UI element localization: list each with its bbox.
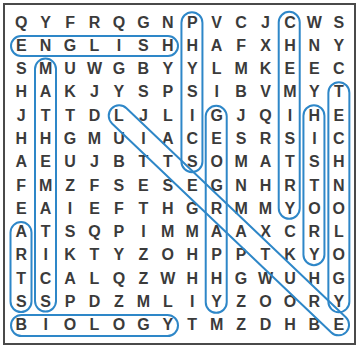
grid-cell-r7c4[interactable]: J <box>82 151 106 174</box>
grid-cell-r11c9[interactable]: P <box>204 244 228 267</box>
grid-cell-r14c10[interactable]: Z <box>229 314 253 337</box>
grid-cell-r4c1[interactable]: H <box>9 81 33 104</box>
grid-cell-r11c11[interactable]: T <box>253 244 277 267</box>
grid-cell-r11c5[interactable]: Y <box>107 244 131 267</box>
grid-cell-r14c11[interactable]: D <box>253 314 277 337</box>
grid-cell-r12c10[interactable]: G <box>229 267 253 290</box>
grid-cell-r6c1[interactable]: H <box>9 127 33 150</box>
grid-cell-r11c13[interactable]: Y <box>302 244 326 267</box>
grid-cell-r5c6[interactable]: J <box>131 104 155 127</box>
grid-cell-r12c1[interactable]: T <box>9 267 33 290</box>
grid-cell-r13c5[interactable]: Z <box>107 290 131 313</box>
grid-cell-r6c13[interactable]: I <box>302 127 326 150</box>
grid-cell-r4c10[interactable]: B <box>229 81 253 104</box>
grid-cell-r1c9[interactable]: V <box>204 11 228 34</box>
grid-cell-r10c13[interactable]: R <box>302 221 326 244</box>
grid-cell-r3c5[interactable]: G <box>107 58 131 81</box>
grid-cell-r4c3[interactable]: K <box>58 81 82 104</box>
grid-cell-r12c2[interactable]: C <box>33 267 57 290</box>
grid-area: QYFRQGNPVCJCWSENGLISHHAFXHNYSMUWGBYYLMKE… <box>9 11 351 337</box>
grid-cell-r12c4[interactable]: L <box>82 267 106 290</box>
grid-cell-r14c9[interactable]: M <box>204 314 228 337</box>
grid-cell-r9c4[interactable]: E <box>82 197 106 220</box>
grid-cell-r12c7[interactable]: W <box>156 267 180 290</box>
grid-cell-r2c6[interactable]: S <box>131 34 155 57</box>
grid-cell-r13c7[interactable]: L <box>156 290 180 313</box>
grid-cell-r11c14[interactable]: O <box>327 244 351 267</box>
grid-cell-r3c3[interactable]: U <box>58 58 82 81</box>
grid-cell-r10c11[interactable]: X <box>253 221 277 244</box>
grid-cell-r12c13[interactable]: H <box>302 267 326 290</box>
grid-cell-r10c3[interactable]: S <box>58 221 82 244</box>
grid-cell-r4c14[interactable]: T <box>327 81 351 104</box>
grid-cell-r1c1[interactable]: Q <box>9 11 33 34</box>
grid-cell-r12c11[interactable]: W <box>253 267 277 290</box>
letter-grid: QYFRQGNPVCJCWSENGLISHHAFXHNYSMUWGBYYLMKE… <box>9 11 351 337</box>
grid-cell-r12c5[interactable]: Q <box>107 267 131 290</box>
grid-cell-r10c8[interactable]: M <box>180 221 204 244</box>
grid-cell-r8c14[interactable]: N <box>327 174 351 197</box>
grid-cell-r13c1[interactable]: S <box>9 290 33 313</box>
grid-cell-r13c13[interactable]: R <box>302 290 326 313</box>
grid-cell-r14c13[interactable]: B <box>302 314 326 337</box>
grid-cell-r10c2[interactable]: T <box>33 221 57 244</box>
grid-cell-r5c4[interactable]: D <box>82 104 106 127</box>
grid-cell-r8c4[interactable]: F <box>82 174 106 197</box>
grid-cell-r2c12[interactable]: H <box>278 34 302 57</box>
grid-cell-r10c5[interactable]: P <box>107 221 131 244</box>
grid-cell-r4c13[interactable]: Y <box>302 81 326 104</box>
grid-cell-r14c5[interactable]: O <box>107 314 131 337</box>
grid-cell-r5c10[interactable]: J <box>229 104 253 127</box>
grid-cell-r11c4[interactable]: T <box>82 244 106 267</box>
word-search-screenshot: QYFRQGNPVCJCWSENGLISHHAFXHNYSMUWGBYYLMKE… <box>0 0 360 357</box>
grid-cell-r9c7[interactable]: H <box>156 197 180 220</box>
grid-cell-r9c11[interactable]: M <box>253 197 277 220</box>
grid-cell-r10c10[interactable]: A <box>229 221 253 244</box>
grid-cell-r1c4[interactable]: R <box>82 11 106 34</box>
grid-cell-r14c1[interactable]: B <box>9 314 33 337</box>
grid-cell-r1c14[interactable]: S <box>327 11 351 34</box>
grid-cell-r3c13[interactable]: E <box>302 58 326 81</box>
grid-cell-r3c9[interactable]: L <box>204 58 228 81</box>
grid-cell-r6c6[interactable]: I <box>131 127 155 150</box>
grid-cell-r6c12[interactable]: S <box>278 127 302 150</box>
grid-cell-r2c2[interactable]: N <box>33 34 57 57</box>
grid-cell-r2c10[interactable]: F <box>229 34 253 57</box>
grid-cell-r7c9[interactable]: O <box>204 151 228 174</box>
grid-cell-r2c7[interactable]: H <box>156 34 180 57</box>
grid-cell-r13c2[interactable]: S <box>33 290 57 313</box>
grid-cell-r5c3[interactable]: T <box>58 104 82 127</box>
grid-cell-r6c9[interactable]: E <box>204 127 228 150</box>
grid-cell-r12c9[interactable]: H <box>204 267 228 290</box>
grid-cell-r11c6[interactable]: Z <box>131 244 155 267</box>
grid-cell-r1c10[interactable]: C <box>229 11 253 34</box>
grid-cell-r12c14[interactable]: G <box>327 267 351 290</box>
grid-cell-r3c6[interactable]: B <box>131 58 155 81</box>
grid-cell-r6c8[interactable]: C <box>180 127 204 150</box>
grid-cell-r1c6[interactable]: G <box>131 11 155 34</box>
grid-cell-r2c1[interactable]: E <box>9 34 33 57</box>
grid-cell-r7c10[interactable]: M <box>229 151 253 174</box>
grid-cell-r2c4[interactable]: L <box>82 34 106 57</box>
grid-cell-r11c12[interactable]: K <box>278 244 302 267</box>
grid-cell-r4c9[interactable]: I <box>204 81 228 104</box>
grid-cell-r12c6[interactable]: Z <box>131 267 155 290</box>
grid-cell-r3c14[interactable]: C <box>327 58 351 81</box>
grid-cell-r4c7[interactable]: P <box>156 81 180 104</box>
grid-cell-r10c12[interactable]: C <box>278 221 302 244</box>
grid-cell-r5c9[interactable]: G <box>204 104 228 127</box>
grid-cell-r9c13[interactable]: O <box>302 197 326 220</box>
grid-cell-r1c11[interactable]: J <box>253 11 277 34</box>
grid-cell-r1c12[interactable]: C <box>278 11 302 34</box>
grid-cell-r3c1[interactable]: S <box>9 58 33 81</box>
grid-cell-r8c12[interactable]: R <box>278 174 302 197</box>
grid-cell-r9c6[interactable]: T <box>131 197 155 220</box>
grid-cell-r3c4[interactable]: W <box>82 58 106 81</box>
grid-cell-r11c7[interactable]: O <box>156 244 180 267</box>
grid-cell-r8c10[interactable]: N <box>229 174 253 197</box>
grid-cell-r11c2[interactable]: I <box>33 244 57 267</box>
grid-cell-r7c6[interactable]: T <box>131 151 155 174</box>
grid-cell-r6c11[interactable]: R <box>253 127 277 150</box>
grid-cell-r5c14[interactable]: E <box>327 104 351 127</box>
grid-cell-r8c13[interactable]: T <box>302 174 326 197</box>
grid-cell-r9c3[interactable]: I <box>58 197 82 220</box>
grid-cell-r4c4[interactable]: J <box>82 81 106 104</box>
grid-cell-r9c10[interactable]: M <box>229 197 253 220</box>
grid-cell-r8c11[interactable]: H <box>253 174 277 197</box>
grid-cell-r10c1[interactable]: A <box>9 221 33 244</box>
grid-cell-r7c8[interactable]: S <box>180 151 204 174</box>
grid-cell-r6c4[interactable]: M <box>82 127 106 150</box>
grid-cell-r4c12[interactable]: M <box>278 81 302 104</box>
grid-cell-r5c12[interactable]: I <box>278 104 302 127</box>
grid-cell-r1c7[interactable]: N <box>156 11 180 34</box>
grid-cell-r9c1[interactable]: E <box>9 197 33 220</box>
grid-cell-r14c4[interactable]: L <box>82 314 106 337</box>
grid-cell-r9c8[interactable]: G <box>180 197 204 220</box>
grid-cell-r2c14[interactable]: Y <box>327 34 351 57</box>
grid-cell-r13c10[interactable]: Z <box>229 290 253 313</box>
grid-cell-r5c13[interactable]: H <box>302 104 326 127</box>
grid-cell-r5c5[interactable]: L <box>107 104 131 127</box>
grid-cell-r7c12[interactable]: T <box>278 151 302 174</box>
grid-cell-r11c3[interactable]: K <box>58 244 82 267</box>
grid-cell-r10c4[interactable]: Q <box>82 221 106 244</box>
grid-cell-r14c12[interactable]: H <box>278 314 302 337</box>
grid-cell-r5c1[interactable]: J <box>9 104 33 127</box>
grid-cell-r6c14[interactable]: C <box>327 127 351 150</box>
grid-cell-r3c8[interactable]: Y <box>180 58 204 81</box>
grid-cell-r13c9[interactable]: Y <box>204 290 228 313</box>
grid-cell-r1c3[interactable]: F <box>58 11 82 34</box>
grid-cell-r9c14[interactable]: O <box>327 197 351 220</box>
grid-cell-r14c8[interactable]: T <box>180 314 204 337</box>
grid-cell-r3c12[interactable]: E <box>278 58 302 81</box>
grid-cell-r7c14[interactable]: H <box>327 151 351 174</box>
grid-cell-r6c2[interactable]: H <box>33 127 57 150</box>
grid-cell-r13c8[interactable]: I <box>180 290 204 313</box>
grid-cell-r1c8[interactable]: P <box>180 11 204 34</box>
grid-cell-r6c7[interactable]: A <box>156 127 180 150</box>
grid-cell-r9c12[interactable]: Y <box>278 197 302 220</box>
grid-cell-r11c8[interactable]: H <box>180 244 204 267</box>
grid-cell-r2c8[interactable]: H <box>180 34 204 57</box>
grid-cell-r13c11[interactable]: O <box>253 290 277 313</box>
grid-cell-r8c1[interactable]: F <box>9 174 33 197</box>
grid-cell-r6c3[interactable]: G <box>58 127 82 150</box>
grid-cell-r10c6[interactable]: I <box>131 221 155 244</box>
grid-cell-r10c14[interactable]: L <box>327 221 351 244</box>
grid-cell-r14c6[interactable]: G <box>131 314 155 337</box>
grid-cell-r3c2[interactable]: M <box>33 58 57 81</box>
grid-cell-r13c12[interactable]: O <box>278 290 302 313</box>
grid-cell-r4c8[interactable]: S <box>180 81 204 104</box>
grid-cell-r8c6[interactable]: E <box>131 174 155 197</box>
grid-cell-r2c13[interactable]: N <box>302 34 326 57</box>
grid-cell-r8c9[interactable]: G <box>204 174 228 197</box>
grid-cell-r2c11[interactable]: X <box>253 34 277 57</box>
grid-cell-r13c6[interactable]: M <box>131 290 155 313</box>
grid-cell-r2c3[interactable]: G <box>58 34 82 57</box>
grid-cell-r7c13[interactable]: S <box>302 151 326 174</box>
grid-cell-r8c5[interactable]: S <box>107 174 131 197</box>
grid-cell-r1c2[interactable]: Y <box>33 11 57 34</box>
grid-cell-r7c7[interactable]: T <box>156 151 180 174</box>
grid-cell-r3c7[interactable]: Y <box>156 58 180 81</box>
grid-cell-r6c5[interactable]: U <box>107 127 131 150</box>
grid-cell-r5c8[interactable]: I <box>180 104 204 127</box>
grid-cell-r1c13[interactable]: W <box>302 11 326 34</box>
grid-cell-r4c2[interactable]: A <box>33 81 57 104</box>
grid-cell-r8c2[interactable]: M <box>33 174 57 197</box>
grid-cell-r11c10[interactable]: P <box>229 244 253 267</box>
grid-cell-r13c3[interactable]: P <box>58 290 82 313</box>
grid-cell-r14c7[interactable]: Y <box>156 314 180 337</box>
grid-cell-r8c8[interactable]: E <box>180 174 204 197</box>
grid-cell-r9c9[interactable]: R <box>204 197 228 220</box>
grid-cell-r7c3[interactable]: U <box>58 151 82 174</box>
grid-cell-r2c9[interactable]: A <box>204 34 228 57</box>
grid-cell-r14c14[interactable]: E <box>327 314 351 337</box>
grid-cell-r12c12[interactable]: U <box>278 267 302 290</box>
grid-cell-r1c5[interactable]: Q <box>107 11 131 34</box>
grid-cell-r14c3[interactable]: O <box>58 314 82 337</box>
grid-cell-r5c2[interactable]: T <box>33 104 57 127</box>
grid-cell-r12c3[interactable]: A <box>58 267 82 290</box>
grid-cell-r4c11[interactable]: V <box>253 81 277 104</box>
grid-cell-r10c7[interactable]: M <box>156 221 180 244</box>
grid-cell-r2c5[interactable]: I <box>107 34 131 57</box>
grid-cell-r7c11[interactable]: A <box>253 151 277 174</box>
grid-cell-r3c10[interactable]: M <box>229 58 253 81</box>
grid-cell-r13c4[interactable]: D <box>82 290 106 313</box>
grid-cell-r14c2[interactable]: I <box>33 314 57 337</box>
grid-cell-r7c2[interactable]: E <box>33 151 57 174</box>
grid-cell-r9c2[interactable]: A <box>33 197 57 220</box>
grid-cell-r6c10[interactable]: S <box>229 127 253 150</box>
word-search-board: QYFRQGNPVCJCWSENGLISHHAFXHNYSMUWGBYYLMKE… <box>3 3 356 345</box>
grid-cell-r13c14[interactable]: Y <box>327 290 351 313</box>
grid-cell-r10c9[interactable]: A <box>204 221 228 244</box>
grid-cell-r3c11[interactable]: K <box>253 58 277 81</box>
grid-cell-r7c5[interactable]: B <box>107 151 131 174</box>
grid-cell-r7c1[interactable]: A <box>9 151 33 174</box>
grid-cell-r9c5[interactable]: F <box>107 197 131 220</box>
grid-cell-r5c11[interactable]: Q <box>253 104 277 127</box>
grid-cell-r4c6[interactable]: S <box>131 81 155 104</box>
grid-cell-r8c7[interactable]: S <box>156 174 180 197</box>
grid-cell-r4c5[interactable]: Y <box>107 81 131 104</box>
grid-cell-r8c3[interactable]: Z <box>58 174 82 197</box>
grid-cell-r12c8[interactable]: H <box>180 267 204 290</box>
grid-cell-r11c1[interactable]: R <box>9 244 33 267</box>
grid-cell-r5c7[interactable]: L <box>156 104 180 127</box>
